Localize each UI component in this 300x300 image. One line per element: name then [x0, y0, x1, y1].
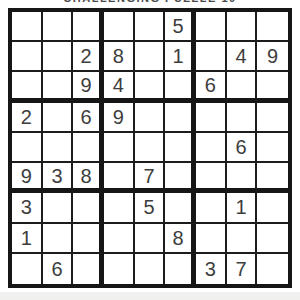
cell-r9c1-empty[interactable] [12, 254, 43, 284]
cell-r5c5-empty[interactable] [135, 133, 166, 163]
sudoku-board: 5281499462696938735118637 [8, 8, 292, 288]
cell-r1c3-empty[interactable] [73, 12, 104, 42]
cell-r5c3-empty[interactable] [73, 133, 104, 163]
cell-r7c7-empty[interactable] [196, 193, 227, 223]
cell-r9c3-empty[interactable] [73, 254, 104, 284]
cell-r8c4-empty[interactable] [104, 224, 135, 254]
cell-r1c7-empty[interactable] [196, 12, 227, 42]
cell-r1c4-empty[interactable] [104, 12, 135, 42]
cell-r4c8-empty[interactable] [227, 103, 258, 133]
cell-r8c3-empty[interactable] [73, 224, 104, 254]
cell-r2c1-empty[interactable] [12, 42, 43, 72]
cell-r4c7-empty[interactable] [196, 103, 227, 133]
cell-r9c7-given: 3 [196, 254, 227, 284]
cell-r4c9-empty[interactable] [257, 103, 288, 133]
cell-r4c6-empty[interactable] [165, 103, 196, 133]
puzzle-title: CHALLENGING PUZZLE 10 [0, 0, 300, 4]
cell-r5c8-given: 6 [227, 133, 258, 163]
cell-r5c9-empty[interactable] [257, 133, 288, 163]
cell-r6c6-empty[interactable] [165, 163, 196, 193]
cell-r1c2-empty[interactable] [43, 12, 74, 42]
cell-r5c2-empty[interactable] [43, 133, 74, 163]
cell-r9c6-empty[interactable] [165, 254, 196, 284]
cell-r3c1-empty[interactable] [12, 72, 43, 102]
cell-r8c5-empty[interactable] [135, 224, 166, 254]
cell-r6c5-given: 7 [135, 163, 166, 193]
cell-r7c9-empty[interactable] [257, 193, 288, 223]
cell-r2c6-given: 1 [165, 42, 196, 72]
puzzle-page: CHALLENGING PUZZLE 10 528149946269693873… [0, 0, 300, 292]
cell-r8c6-given: 8 [165, 224, 196, 254]
cell-r1c5-empty[interactable] [135, 12, 166, 42]
cell-r6c7-empty[interactable] [196, 163, 227, 193]
cell-r7c4-empty[interactable] [104, 193, 135, 223]
cell-r8c8-empty[interactable] [227, 224, 258, 254]
cell-r6c4-empty[interactable] [104, 163, 135, 193]
cell-r2c8-given: 4 [227, 42, 258, 72]
cell-r2c9-given: 9 [257, 42, 288, 72]
cell-r8c2-empty[interactable] [43, 224, 74, 254]
cell-r6c1-given: 9 [12, 163, 43, 193]
cell-r6c8-empty[interactable] [227, 163, 258, 193]
cell-r3c3-given: 9 [73, 72, 104, 102]
cell-r1c1-empty[interactable] [12, 12, 43, 42]
cell-r4c1-given: 2 [12, 103, 43, 133]
cell-r5c4-empty[interactable] [104, 133, 135, 163]
cell-r2c7-empty[interactable] [196, 42, 227, 72]
cell-r4c2-empty[interactable] [43, 103, 74, 133]
cell-r9c4-empty[interactable] [104, 254, 135, 284]
cell-r5c1-empty[interactable] [12, 133, 43, 163]
cell-r3c9-empty[interactable] [257, 72, 288, 102]
cell-r1c8-empty[interactable] [227, 12, 258, 42]
cell-r8c1-given: 1 [12, 224, 43, 254]
cell-r1c6-given: 5 [165, 12, 196, 42]
cell-r9c8-given: 7 [227, 254, 258, 284]
cell-r2c4-given: 8 [104, 42, 135, 72]
cell-r3c7-given: 6 [196, 72, 227, 102]
cell-r9c9-empty[interactable] [257, 254, 288, 284]
cell-r7c5-given: 5 [135, 193, 166, 223]
cell-r3c4-given: 4 [104, 72, 135, 102]
cell-r3c6-empty[interactable] [165, 72, 196, 102]
cell-r4c4-given: 9 [104, 103, 135, 133]
cell-r7c1-given: 3 [12, 193, 43, 223]
cell-r6c2-given: 3 [43, 163, 74, 193]
cell-r7c8-given: 1 [227, 193, 258, 223]
cell-r2c2-empty[interactable] [43, 42, 74, 72]
cell-r9c5-empty[interactable] [135, 254, 166, 284]
cell-r5c6-empty[interactable] [165, 133, 196, 163]
cell-r3c5-empty[interactable] [135, 72, 166, 102]
cell-r9c2-given: 6 [43, 254, 74, 284]
cell-r2c3-given: 2 [73, 42, 104, 72]
cell-r7c2-empty[interactable] [43, 193, 74, 223]
cell-r7c3-empty[interactable] [73, 193, 104, 223]
cell-r4c3-given: 6 [73, 103, 104, 133]
cell-r6c3-given: 8 [73, 163, 104, 193]
cell-r8c9-empty[interactable] [257, 224, 288, 254]
page-bottom-margin [0, 292, 300, 300]
cell-r8c7-empty[interactable] [196, 224, 227, 254]
cell-r1c9-empty[interactable] [257, 12, 288, 42]
cell-r6c9-empty[interactable] [257, 163, 288, 193]
cell-r5c7-empty[interactable] [196, 133, 227, 163]
cell-r7c6-empty[interactable] [165, 193, 196, 223]
cell-r3c2-empty[interactable] [43, 72, 74, 102]
cell-r3c8-empty[interactable] [227, 72, 258, 102]
cell-r4c5-empty[interactable] [135, 103, 166, 133]
cell-r2c5-empty[interactable] [135, 42, 166, 72]
